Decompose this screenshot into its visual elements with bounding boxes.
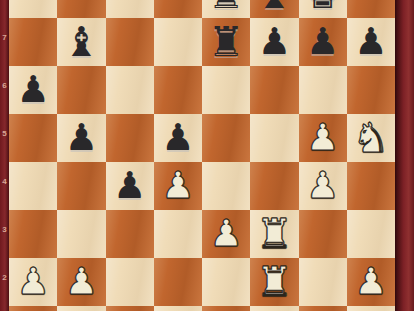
piece-white-rook[interactable]: ♜ [256,210,293,258]
rank-label-3: 3 [0,225,9,235]
square-g8[interactable]: ♚ [299,0,347,18]
square-h3[interactable] [347,210,395,258]
piece-white-pawn[interactable]: ♟ [65,258,98,306]
piece-white-pawn[interactable]: ♟ [354,258,387,306]
square-g5[interactable]: ♟ [299,114,347,162]
square-h2[interactable]: ♟ [347,258,395,306]
square-d8[interactable] [154,0,202,18]
square-b5[interactable]: ♟ [57,114,105,162]
square-f2[interactable]: ♜ [250,258,298,306]
square-d4[interactable]: ♟ [154,162,202,210]
piece-black-pawn[interactable]: ♟ [258,18,291,66]
square-g7[interactable]: ♟ [299,18,347,66]
piece-black-rook[interactable]: ♜ [208,0,245,18]
square-e4[interactable] [202,162,250,210]
square-d5[interactable]: ♟ [154,114,202,162]
square-b8[interactable] [57,0,105,18]
rank-label-4: 4 [0,177,9,187]
piece-black-pawn[interactable]: ♟ [161,114,194,162]
piece-white-pawn[interactable]: ♟ [306,162,339,210]
piece-black-bishop[interactable]: ♝ [63,18,100,66]
square-g6[interactable] [299,66,347,114]
rank-label-2: 2 [0,273,9,283]
square-a5[interactable] [9,114,57,162]
square-h6[interactable] [347,66,395,114]
piece-black-rook[interactable]: ♜ [208,18,245,66]
square-c7[interactable] [106,18,154,66]
piece-white-pawn[interactable]: ♟ [210,210,243,258]
square-a8[interactable] [9,0,57,18]
square-g2[interactable] [299,258,347,306]
board-frame-left [0,0,9,311]
square-e8[interactable]: ♜ [202,0,250,18]
rank-label-6: 6 [0,81,9,91]
piece-black-pawn[interactable]: ♟ [17,66,50,114]
square-c4[interactable]: ♟ [106,162,154,210]
piece-white-pawn[interactable]: ♟ [161,162,194,210]
piece-white-rook[interactable]: ♜ [256,258,293,306]
square-f7[interactable]: ♟ [250,18,298,66]
square-f5[interactable] [250,114,298,162]
square-e7[interactable]: ♜ [202,18,250,66]
square-f8[interactable]: ♝ [250,0,298,18]
square-a3[interactable] [9,210,57,258]
piece-black-pawn[interactable]: ♟ [306,18,339,66]
square-h5[interactable]: ♞ [347,114,395,162]
piece-white-pawn[interactable]: ♟ [17,258,50,306]
square-b3[interactable] [57,210,105,258]
square-b1[interactable] [57,306,105,311]
square-f6[interactable] [250,66,298,114]
square-h4[interactable] [347,162,395,210]
square-a4[interactable] [9,162,57,210]
square-f4[interactable] [250,162,298,210]
square-e3[interactable]: ♟ [202,210,250,258]
piece-black-bishop[interactable]: ♝ [256,0,293,18]
square-e2[interactable] [202,258,250,306]
square-d3[interactable] [154,210,202,258]
square-a7[interactable] [9,18,57,66]
square-f3[interactable]: ♜ [250,210,298,258]
square-b2[interactable]: ♟ [57,258,105,306]
piece-white-pawn[interactable]: ♟ [306,114,339,162]
square-h1[interactable] [347,306,395,311]
square-g3[interactable] [299,210,347,258]
square-h8[interactable] [347,0,395,18]
square-g4[interactable]: ♟ [299,162,347,210]
piece-black-pawn[interactable]: ♟ [354,18,387,66]
square-a6[interactable]: ♟ [9,66,57,114]
square-c1[interactable] [106,306,154,311]
piece-black-pawn[interactable]: ♟ [65,114,98,162]
square-e5[interactable] [202,114,250,162]
rank-label-7: 7 [0,33,9,43]
square-h7[interactable]: ♟ [347,18,395,66]
square-d1[interactable] [154,306,202,311]
board-frame-right [395,0,414,311]
square-d6[interactable] [154,66,202,114]
square-a2[interactable]: ♟ [9,258,57,306]
square-e1[interactable] [202,306,250,311]
rank-label-5: 5 [0,129,9,139]
square-e6[interactable] [202,66,250,114]
square-g1[interactable] [299,306,347,311]
square-b7[interactable]: ♝ [57,18,105,66]
square-c6[interactable] [106,66,154,114]
chess-board: ♜♝♚♝♜♟♟♟♟♟♟♟♞♟♟♟♟♜♟♟♜♟ [9,0,395,311]
piece-white-knight[interactable]: ♞ [352,114,389,162]
square-c5[interactable] [106,114,154,162]
square-f1[interactable] [250,306,298,311]
square-a1[interactable] [9,306,57,311]
chess-board-viewport: ♜♝♚♝♜♟♟♟♟♟♟♟♞♟♟♟♟♜♟♟♜♟ 765432 [0,0,414,311]
square-c3[interactable] [106,210,154,258]
square-d7[interactable] [154,18,202,66]
square-b6[interactable] [57,66,105,114]
piece-black-pawn[interactable]: ♟ [113,162,146,210]
square-b4[interactable] [57,162,105,210]
square-c2[interactable] [106,258,154,306]
piece-black-king[interactable]: ♚ [304,0,341,18]
square-d2[interactable] [154,258,202,306]
square-c8[interactable] [106,0,154,18]
